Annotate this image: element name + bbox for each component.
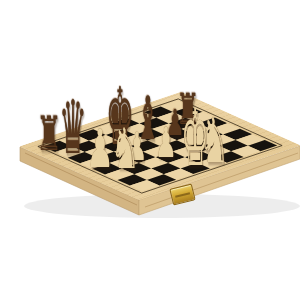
chess-set-photo: ♜♛♚♝♟♜♟♞♟♟♚♞ [0,0,300,300]
white-king-f3[interactable]: ♚ [179,99,211,177]
white-knight-e1[interactable]: ♞ [102,121,148,177]
pieces-layer: ♜♛♚♝♟♜♟♞♟♟♚♞ [0,0,300,300]
